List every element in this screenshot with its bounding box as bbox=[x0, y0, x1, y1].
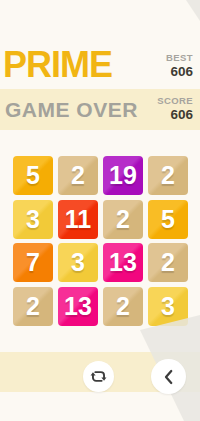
tile-r4c4-value-3: 3 bbox=[148, 287, 188, 326]
back-chevron-icon bbox=[160, 368, 178, 386]
board[interactable]: 52192311257313221323 bbox=[13, 156, 188, 326]
tile-r3c4-value-2: 2 bbox=[148, 243, 188, 282]
tile-r1c4-value-2: 2 bbox=[148, 156, 188, 195]
game-over-text: GAME OVER bbox=[5, 97, 138, 122]
restart-button[interactable] bbox=[83, 361, 114, 392]
tile-r1c3-value-19: 19 bbox=[103, 156, 143, 195]
tile-r3c1-value-7: 7 bbox=[13, 243, 53, 282]
tile-r4c1-value-2: 2 bbox=[13, 287, 53, 326]
tile-r3c2-value-3: 3 bbox=[58, 243, 98, 282]
tile-r1c1-value-5: 5 bbox=[13, 156, 53, 195]
back-button[interactable] bbox=[151, 359, 186, 394]
tile-r2c2-value-11: 11 bbox=[58, 200, 98, 239]
score-label: SCORE bbox=[157, 95, 193, 106]
tile-r2c1-value-3: 3 bbox=[13, 200, 53, 239]
tile-r4c2-value-13: 13 bbox=[58, 287, 98, 326]
tile-r2c3-value-2: 2 bbox=[103, 200, 143, 239]
tile-r4c3-value-2: 2 bbox=[103, 287, 143, 326]
score-stat: SCORE 606 bbox=[157, 95, 193, 122]
best-stat: BEST 606 bbox=[166, 52, 193, 79]
best-value: 606 bbox=[166, 64, 193, 79]
tile-r2c4-value-5: 5 bbox=[148, 200, 188, 239]
restart-icon bbox=[89, 367, 108, 386]
app-title: PRIME bbox=[3, 47, 112, 83]
best-label: BEST bbox=[166, 52, 193, 63]
score-value: 606 bbox=[157, 107, 193, 122]
tile-r3c3-value-13: 13 bbox=[103, 243, 143, 282]
tile-r1c2-value-2: 2 bbox=[58, 156, 98, 195]
